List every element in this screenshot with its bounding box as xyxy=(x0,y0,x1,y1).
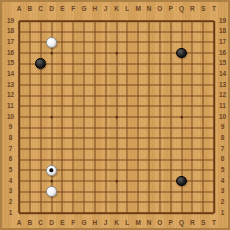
intersection-N11[interactable] xyxy=(144,101,155,112)
intersection-F5[interactable] xyxy=(68,165,79,176)
intersection-R18[interactable] xyxy=(187,26,198,37)
intersection-L11[interactable] xyxy=(122,101,133,112)
intersection-D3[interactable] xyxy=(46,186,57,197)
intersection-Q19[interactable] xyxy=(176,16,187,27)
intersection-P1[interactable] xyxy=(165,208,176,219)
intersection-R15[interactable] xyxy=(187,58,198,69)
intersection-E15[interactable] xyxy=(57,58,68,69)
intersection-L8[interactable] xyxy=(122,133,133,144)
intersection-S3[interactable] xyxy=(198,186,209,197)
intersection-N9[interactable] xyxy=(144,122,155,133)
intersection-G5[interactable] xyxy=(79,165,90,176)
intersection-A2[interactable] xyxy=(14,197,25,208)
intersection-R19[interactable] xyxy=(187,16,198,27)
intersection-O15[interactable] xyxy=(154,58,165,69)
intersection-H1[interactable] xyxy=(89,208,100,219)
intersection-R4[interactable] xyxy=(187,176,198,187)
intersection-K8[interactable] xyxy=(111,133,122,144)
intersection-C8[interactable] xyxy=(35,133,46,144)
intersection-D8[interactable] xyxy=(46,133,57,144)
intersection-G14[interactable] xyxy=(79,69,90,80)
intersection-T4[interactable] xyxy=(209,176,220,187)
intersection-K13[interactable] xyxy=(111,80,122,91)
intersection-H19[interactable] xyxy=(89,16,100,27)
intersection-J12[interactable] xyxy=(100,90,111,101)
intersection-G8[interactable] xyxy=(79,133,90,144)
intersection-J6[interactable] xyxy=(100,154,111,165)
intersection-B13[interactable] xyxy=(24,80,35,91)
intersection-B3[interactable] xyxy=(24,186,35,197)
intersection-F13[interactable] xyxy=(68,80,79,91)
intersection-E11[interactable] xyxy=(57,101,68,112)
intersection-M12[interactable] xyxy=(133,90,144,101)
intersection-D10[interactable] xyxy=(46,112,57,123)
intersection-A8[interactable] xyxy=(14,133,25,144)
intersection-A4[interactable] xyxy=(14,176,25,187)
intersection-N19[interactable] xyxy=(144,16,155,27)
intersection-R14[interactable] xyxy=(187,69,198,80)
intersection-D14[interactable] xyxy=(46,69,57,80)
intersection-D9[interactable] xyxy=(46,122,57,133)
intersection-H16[interactable] xyxy=(89,48,100,59)
intersection-R17[interactable] xyxy=(187,37,198,48)
intersection-B14[interactable] xyxy=(24,69,35,80)
intersection-C12[interactable] xyxy=(35,90,46,101)
intersection-F2[interactable] xyxy=(68,197,79,208)
intersection-C7[interactable] xyxy=(35,144,46,155)
intersection-N12[interactable] xyxy=(144,90,155,101)
intersection-S1[interactable] xyxy=(198,208,209,219)
intersection-H9[interactable] xyxy=(89,122,100,133)
intersection-C3[interactable] xyxy=(35,186,46,197)
intersection-K4[interactable] xyxy=(111,176,122,187)
intersection-S19[interactable] xyxy=(198,16,209,27)
intersection-D17[interactable] xyxy=(46,37,57,48)
intersection-R9[interactable] xyxy=(187,122,198,133)
intersection-R12[interactable] xyxy=(187,90,198,101)
intersection-H14[interactable] xyxy=(89,69,100,80)
intersection-T10[interactable] xyxy=(209,112,220,123)
intersection-R10[interactable] xyxy=(187,112,198,123)
intersection-G16[interactable] xyxy=(79,48,90,59)
intersection-J11[interactable] xyxy=(100,101,111,112)
intersection-P16[interactable] xyxy=(165,48,176,59)
intersection-P5[interactable] xyxy=(165,165,176,176)
intersection-K10[interactable] xyxy=(111,112,122,123)
intersection-D1[interactable] xyxy=(46,208,57,219)
intersection-P7[interactable] xyxy=(165,144,176,155)
intersection-A11[interactable] xyxy=(14,101,25,112)
intersection-R1[interactable] xyxy=(187,208,198,219)
intersection-M17[interactable] xyxy=(133,37,144,48)
intersection-D16[interactable] xyxy=(46,48,57,59)
intersection-G11[interactable] xyxy=(79,101,90,112)
intersection-C14[interactable] xyxy=(35,69,46,80)
intersection-M6[interactable] xyxy=(133,154,144,165)
intersection-E6[interactable] xyxy=(57,154,68,165)
intersection-S14[interactable] xyxy=(198,69,209,80)
intersection-B6[interactable] xyxy=(24,154,35,165)
intersection-R6[interactable] xyxy=(187,154,198,165)
intersection-S15[interactable] xyxy=(198,58,209,69)
intersection-H12[interactable] xyxy=(89,90,100,101)
intersection-K2[interactable] xyxy=(111,197,122,208)
intersection-J3[interactable] xyxy=(100,186,111,197)
intersection-P18[interactable] xyxy=(165,26,176,37)
intersection-T15[interactable] xyxy=(209,58,220,69)
intersection-S2[interactable] xyxy=(198,197,209,208)
intersection-M16[interactable] xyxy=(133,48,144,59)
intersection-P15[interactable] xyxy=(165,58,176,69)
intersection-H5[interactable] xyxy=(89,165,100,176)
intersection-N6[interactable] xyxy=(144,154,155,165)
intersection-G10[interactable] xyxy=(79,112,90,123)
intersection-T13[interactable] xyxy=(209,80,220,91)
intersection-G13[interactable] xyxy=(79,80,90,91)
intersection-L3[interactable] xyxy=(122,186,133,197)
intersection-D15[interactable] xyxy=(46,58,57,69)
intersection-Q18[interactable] xyxy=(176,26,187,37)
intersection-C13[interactable] xyxy=(35,80,46,91)
intersection-B16[interactable] xyxy=(24,48,35,59)
intersection-G7[interactable] xyxy=(79,144,90,155)
intersection-A18[interactable] xyxy=(14,26,25,37)
intersection-Q1[interactable] xyxy=(176,208,187,219)
intersection-R13[interactable] xyxy=(187,80,198,91)
intersection-A14[interactable] xyxy=(14,69,25,80)
intersection-H4[interactable] xyxy=(89,176,100,187)
intersection-C6[interactable] xyxy=(35,154,46,165)
intersection-P19[interactable] xyxy=(165,16,176,27)
intersection-A15[interactable] xyxy=(14,58,25,69)
intersection-D13[interactable] xyxy=(46,80,57,91)
intersection-S13[interactable] xyxy=(198,80,209,91)
intersection-Q17[interactable] xyxy=(176,37,187,48)
intersection-O4[interactable] xyxy=(154,176,165,187)
intersection-T6[interactable] xyxy=(209,154,220,165)
intersection-E1[interactable] xyxy=(57,208,68,219)
intersection-D18[interactable] xyxy=(46,26,57,37)
intersection-M1[interactable] xyxy=(133,208,144,219)
intersection-F3[interactable] xyxy=(68,186,79,197)
intersection-F11[interactable] xyxy=(68,101,79,112)
intersection-G3[interactable] xyxy=(79,186,90,197)
intersection-O14[interactable] xyxy=(154,69,165,80)
intersection-B17[interactable] xyxy=(24,37,35,48)
intersection-H10[interactable] xyxy=(89,112,100,123)
intersection-L16[interactable] xyxy=(122,48,133,59)
intersection-P10[interactable] xyxy=(165,112,176,123)
intersection-F16[interactable] xyxy=(68,48,79,59)
intersection-N4[interactable] xyxy=(144,176,155,187)
intersection-K1[interactable] xyxy=(111,208,122,219)
intersection-L14[interactable] xyxy=(122,69,133,80)
intersection-O5[interactable] xyxy=(154,165,165,176)
intersection-T8[interactable] xyxy=(209,133,220,144)
intersection-B1[interactable] xyxy=(24,208,35,219)
intersection-L10[interactable] xyxy=(122,112,133,123)
intersection-E3[interactable] xyxy=(57,186,68,197)
intersection-A16[interactable] xyxy=(14,48,25,59)
intersection-M13[interactable] xyxy=(133,80,144,91)
intersection-Q15[interactable] xyxy=(176,58,187,69)
intersection-L19[interactable] xyxy=(122,16,133,27)
intersection-N14[interactable] xyxy=(144,69,155,80)
intersection-D19[interactable] xyxy=(46,16,57,27)
intersection-A9[interactable] xyxy=(14,122,25,133)
intersection-D2[interactable] xyxy=(46,197,57,208)
intersection-B19[interactable] xyxy=(24,16,35,27)
intersection-C4[interactable] xyxy=(35,176,46,187)
intersection-L4[interactable] xyxy=(122,176,133,187)
intersection-Q3[interactable] xyxy=(176,186,187,197)
intersection-Q12[interactable] xyxy=(176,90,187,101)
intersection-Q5[interactable] xyxy=(176,165,187,176)
intersection-H2[interactable] xyxy=(89,197,100,208)
intersection-S5[interactable] xyxy=(198,165,209,176)
intersection-T18[interactable] xyxy=(209,26,220,37)
intersection-S17[interactable] xyxy=(198,37,209,48)
intersection-A1[interactable] xyxy=(14,208,25,219)
intersection-K16[interactable] xyxy=(111,48,122,59)
intersection-E10[interactable] xyxy=(57,112,68,123)
intersection-E16[interactable] xyxy=(57,48,68,59)
intersection-M19[interactable] xyxy=(133,16,144,27)
intersection-L12[interactable] xyxy=(122,90,133,101)
intersection-H17[interactable] xyxy=(89,37,100,48)
intersection-R7[interactable] xyxy=(187,144,198,155)
intersection-S6[interactable] xyxy=(198,154,209,165)
intersection-H13[interactable] xyxy=(89,80,100,91)
intersection-E12[interactable] xyxy=(57,90,68,101)
intersection-H7[interactable] xyxy=(89,144,100,155)
intersection-P13[interactable] xyxy=(165,80,176,91)
intersection-T11[interactable] xyxy=(209,101,220,112)
intersection-L17[interactable] xyxy=(122,37,133,48)
intersection-Q10[interactable] xyxy=(176,112,187,123)
intersection-H15[interactable] xyxy=(89,58,100,69)
intersection-E5[interactable] xyxy=(57,165,68,176)
intersection-B8[interactable] xyxy=(24,133,35,144)
intersection-P4[interactable] xyxy=(165,176,176,187)
intersection-G2[interactable] xyxy=(79,197,90,208)
intersection-O7[interactable] xyxy=(154,144,165,155)
intersection-O12[interactable] xyxy=(154,90,165,101)
intersection-A17[interactable] xyxy=(14,37,25,48)
intersection-Q11[interactable] xyxy=(176,101,187,112)
intersection-E2[interactable] xyxy=(57,197,68,208)
intersection-F18[interactable] xyxy=(68,26,79,37)
intersection-R2[interactable] xyxy=(187,197,198,208)
intersection-A5[interactable] xyxy=(14,165,25,176)
intersection-G15[interactable] xyxy=(79,58,90,69)
intersection-T7[interactable] xyxy=(209,144,220,155)
intersection-M14[interactable] xyxy=(133,69,144,80)
intersection-K7[interactable] xyxy=(111,144,122,155)
intersection-M2[interactable] xyxy=(133,197,144,208)
intersection-D12[interactable] xyxy=(46,90,57,101)
intersection-G9[interactable] xyxy=(79,122,90,133)
intersection-K9[interactable] xyxy=(111,122,122,133)
intersection-N10[interactable] xyxy=(144,112,155,123)
intersection-J16[interactable] xyxy=(100,48,111,59)
intersection-F1[interactable] xyxy=(68,208,79,219)
intersection-O1[interactable] xyxy=(154,208,165,219)
intersection-F14[interactable] xyxy=(68,69,79,80)
intersection-J5[interactable] xyxy=(100,165,111,176)
intersection-L15[interactable] xyxy=(122,58,133,69)
intersection-C2[interactable] xyxy=(35,197,46,208)
intersection-B12[interactable] xyxy=(24,90,35,101)
intersection-K17[interactable] xyxy=(111,37,122,48)
intersection-L7[interactable] xyxy=(122,144,133,155)
intersection-B4[interactable] xyxy=(24,176,35,187)
intersection-Q4[interactable] xyxy=(176,176,187,187)
intersection-E19[interactable] xyxy=(57,16,68,27)
intersection-M15[interactable] xyxy=(133,58,144,69)
intersection-M18[interactable] xyxy=(133,26,144,37)
intersection-M7[interactable] xyxy=(133,144,144,155)
intersection-F19[interactable] xyxy=(68,16,79,27)
intersection-F4[interactable] xyxy=(68,176,79,187)
intersection-C11[interactable] xyxy=(35,101,46,112)
intersection-H11[interactable] xyxy=(89,101,100,112)
intersection-G19[interactable] xyxy=(79,16,90,27)
intersection-T12[interactable] xyxy=(209,90,220,101)
intersection-O8[interactable] xyxy=(154,133,165,144)
intersection-P3[interactable] xyxy=(165,186,176,197)
intersection-C16[interactable] xyxy=(35,48,46,59)
intersection-B15[interactable] xyxy=(24,58,35,69)
intersection-P12[interactable] xyxy=(165,90,176,101)
intersection-E17[interactable] xyxy=(57,37,68,48)
intersection-C17[interactable] xyxy=(35,37,46,48)
intersection-J18[interactable] xyxy=(100,26,111,37)
intersection-H8[interactable] xyxy=(89,133,100,144)
intersection-B9[interactable] xyxy=(24,122,35,133)
intersection-L9[interactable] xyxy=(122,122,133,133)
intersection-E18[interactable] xyxy=(57,26,68,37)
intersection-O10[interactable] xyxy=(154,112,165,123)
intersection-E7[interactable] xyxy=(57,144,68,155)
intersection-T14[interactable] xyxy=(209,69,220,80)
intersection-N5[interactable] xyxy=(144,165,155,176)
intersection-O18[interactable] xyxy=(154,26,165,37)
intersection-B10[interactable] xyxy=(24,112,35,123)
intersection-O17[interactable] xyxy=(154,37,165,48)
intersection-G1[interactable] xyxy=(79,208,90,219)
intersection-C9[interactable] xyxy=(35,122,46,133)
intersection-L5[interactable] xyxy=(122,165,133,176)
intersection-O6[interactable] xyxy=(154,154,165,165)
intersection-K18[interactable] xyxy=(111,26,122,37)
intersection-G12[interactable] xyxy=(79,90,90,101)
intersection-M5[interactable] xyxy=(133,165,144,176)
intersection-H18[interactable] xyxy=(89,26,100,37)
intersection-J17[interactable] xyxy=(100,37,111,48)
intersection-A3[interactable] xyxy=(14,186,25,197)
intersection-P14[interactable] xyxy=(165,69,176,80)
intersection-D11[interactable] xyxy=(46,101,57,112)
intersection-B7[interactable] xyxy=(24,144,35,155)
intersection-S9[interactable] xyxy=(198,122,209,133)
intersection-T9[interactable] xyxy=(209,122,220,133)
intersection-J10[interactable] xyxy=(100,112,111,123)
intersection-A10[interactable] xyxy=(14,112,25,123)
intersection-L13[interactable] xyxy=(122,80,133,91)
intersection-S12[interactable] xyxy=(198,90,209,101)
intersection-D5[interactable] xyxy=(46,165,57,176)
intersection-M3[interactable] xyxy=(133,186,144,197)
intersection-S11[interactable] xyxy=(198,101,209,112)
intersection-D7[interactable] xyxy=(46,144,57,155)
intersection-F17[interactable] xyxy=(68,37,79,48)
intersection-A6[interactable] xyxy=(14,154,25,165)
intersection-G18[interactable] xyxy=(79,26,90,37)
intersection-N2[interactable] xyxy=(144,197,155,208)
intersection-L6[interactable] xyxy=(122,154,133,165)
intersection-K11[interactable] xyxy=(111,101,122,112)
intersection-P9[interactable] xyxy=(165,122,176,133)
intersection-E4[interactable] xyxy=(57,176,68,187)
intersection-T5[interactable] xyxy=(209,165,220,176)
intersection-F10[interactable] xyxy=(68,112,79,123)
intersection-H6[interactable] xyxy=(89,154,100,165)
intersection-E13[interactable] xyxy=(57,80,68,91)
intersection-J14[interactable] xyxy=(100,69,111,80)
intersection-L18[interactable] xyxy=(122,26,133,37)
intersection-M8[interactable] xyxy=(133,133,144,144)
intersection-K5[interactable] xyxy=(111,165,122,176)
intersection-P11[interactable] xyxy=(165,101,176,112)
intersection-C18[interactable] xyxy=(35,26,46,37)
intersection-K15[interactable] xyxy=(111,58,122,69)
intersection-Q13[interactable] xyxy=(176,80,187,91)
intersection-P8[interactable] xyxy=(165,133,176,144)
intersection-F7[interactable] xyxy=(68,144,79,155)
intersection-N1[interactable] xyxy=(144,208,155,219)
intersection-E8[interactable] xyxy=(57,133,68,144)
intersection-K12[interactable] xyxy=(111,90,122,101)
intersection-K14[interactable] xyxy=(111,69,122,80)
intersection-J2[interactable] xyxy=(100,197,111,208)
intersection-T2[interactable] xyxy=(209,197,220,208)
intersection-R3[interactable] xyxy=(187,186,198,197)
intersection-S7[interactable] xyxy=(198,144,209,155)
intersection-K19[interactable] xyxy=(111,16,122,27)
intersection-D6[interactable] xyxy=(46,154,57,165)
intersection-S4[interactable] xyxy=(198,176,209,187)
intersection-O2[interactable] xyxy=(154,197,165,208)
intersection-A7[interactable] xyxy=(14,144,25,155)
intersection-O11[interactable] xyxy=(154,101,165,112)
intersection-P2[interactable] xyxy=(165,197,176,208)
intersection-J1[interactable] xyxy=(100,208,111,219)
intersection-P17[interactable] xyxy=(165,37,176,48)
intersection-T16[interactable] xyxy=(209,48,220,59)
intersection-P6[interactable] xyxy=(165,154,176,165)
intersection-B5[interactable] xyxy=(24,165,35,176)
intersection-G4[interactable] xyxy=(79,176,90,187)
intersection-R8[interactable] xyxy=(187,133,198,144)
intersection-J15[interactable] xyxy=(100,58,111,69)
intersection-B11[interactable] xyxy=(24,101,35,112)
intersection-M11[interactable] xyxy=(133,101,144,112)
intersection-S16[interactable] xyxy=(198,48,209,59)
intersection-C1[interactable] xyxy=(35,208,46,219)
intersection-J4[interactable] xyxy=(100,176,111,187)
intersection-B2[interactable] xyxy=(24,197,35,208)
